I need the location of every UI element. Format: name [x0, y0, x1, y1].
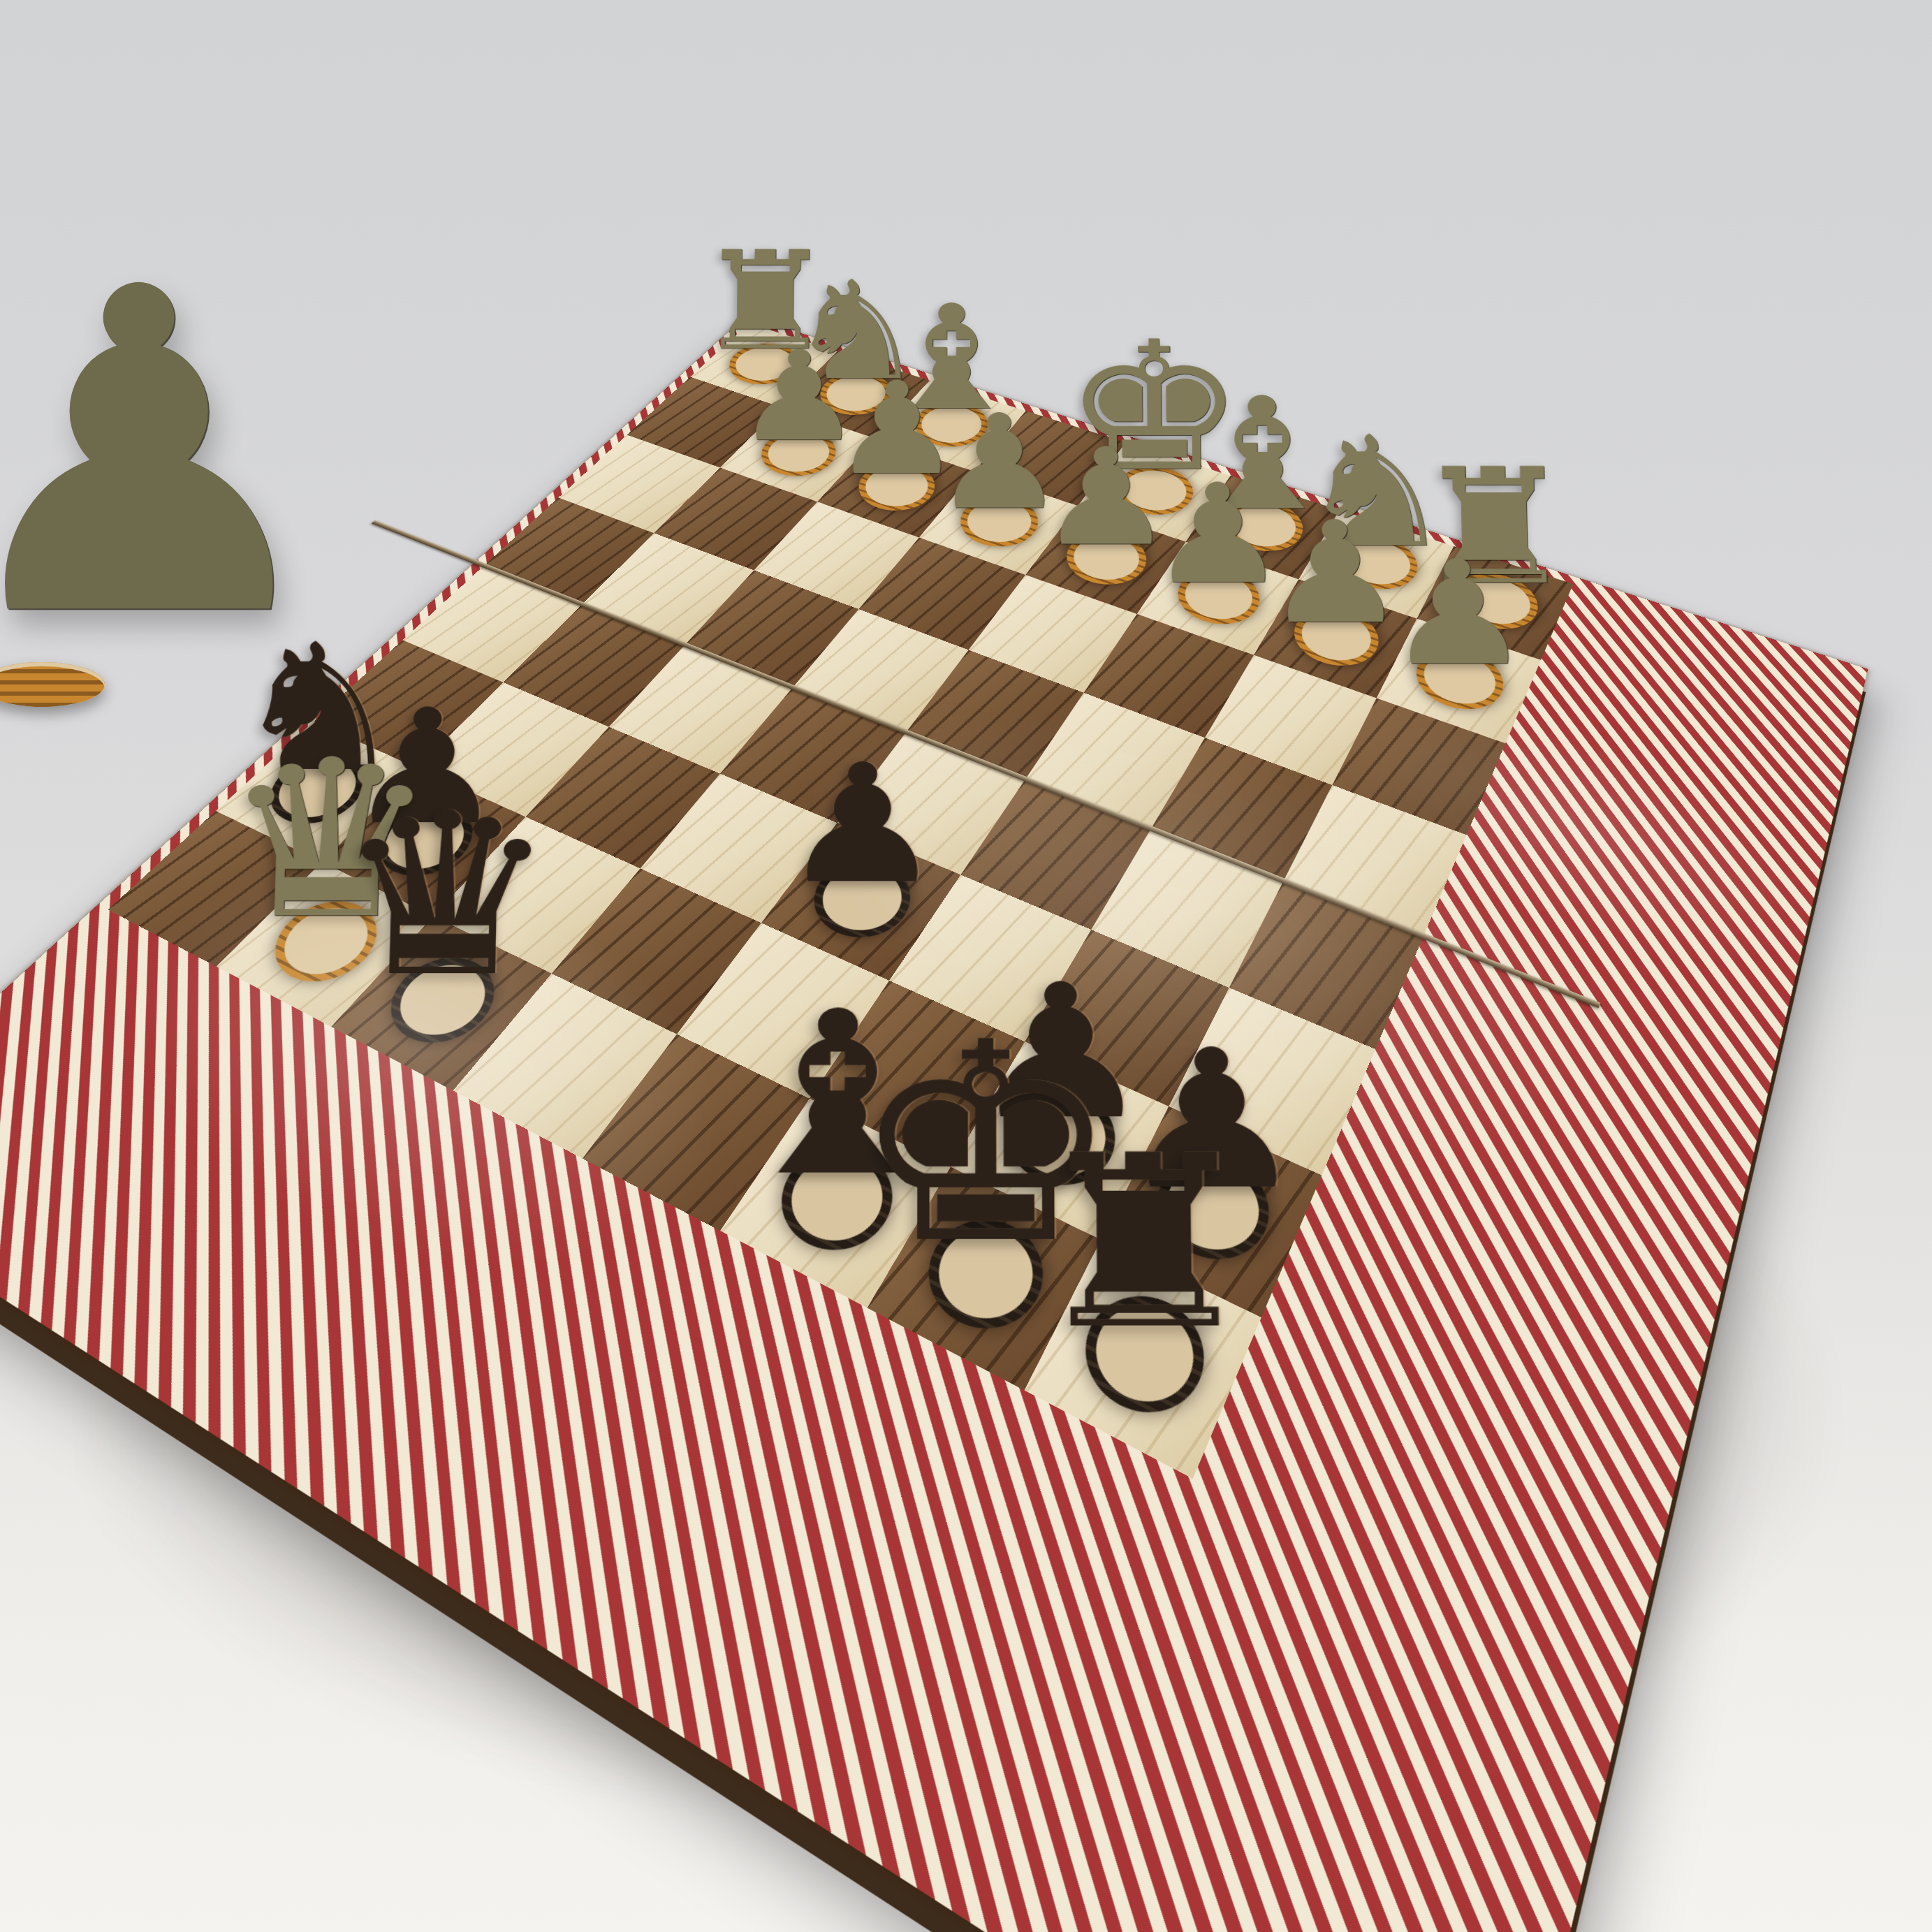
- square-h1[interactable]: ♜: [1025, 1240, 1261, 1479]
- photo-stage: ♜♞♝♚♝♞♜♟♟♟♟♟♟♟♟♞♟♟♟♛♛♝♚♜ ♟: [0, 0, 1932, 1932]
- square-c1[interactable]: ♛: [331, 916, 552, 1091]
- pawn-glyph: ♟: [780, 742, 945, 907]
- queen-glyph: ♛: [330, 783, 559, 1008]
- pawn-glyph: ♟: [1384, 541, 1533, 686]
- rook-glyph: ♜: [1026, 1125, 1263, 1363]
- square-h7[interactable]: ♟: [1377, 619, 1541, 743]
- captured-piece-offboard[interactable]: ♟: [0, 230, 99, 761]
- captured-black-pawn-glyph: ♟: [0, 193, 339, 714]
